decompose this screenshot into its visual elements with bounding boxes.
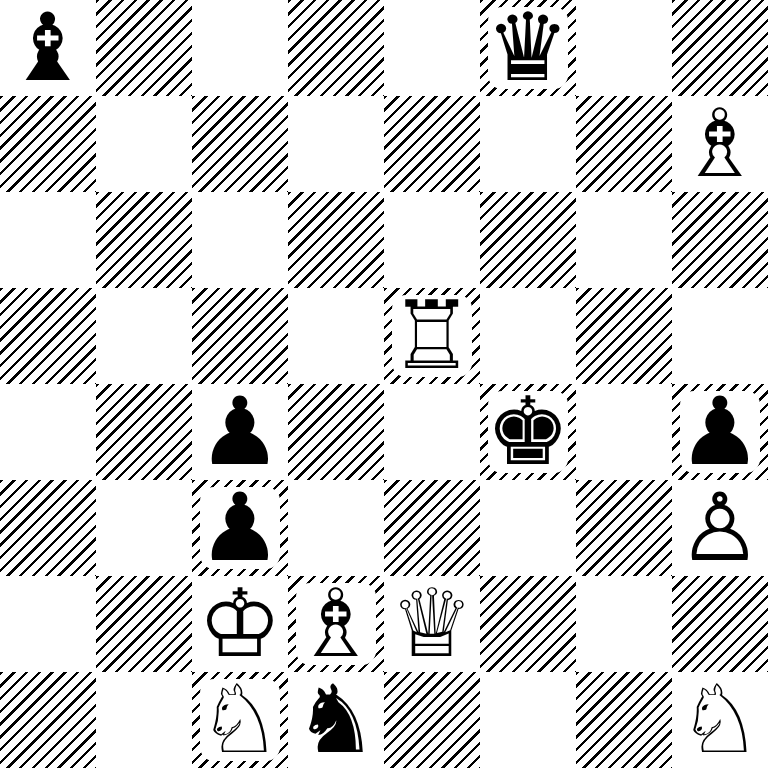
square-h6[interactable] bbox=[672, 192, 768, 288]
square-h5[interactable] bbox=[672, 288, 768, 384]
square-h2[interactable] bbox=[672, 576, 768, 672]
square-h4[interactable]: ♟ bbox=[672, 384, 768, 480]
square-b1[interactable] bbox=[96, 672, 192, 768]
square-h3[interactable]: ♙ bbox=[672, 480, 768, 576]
square-g3[interactable] bbox=[576, 480, 672, 576]
square-g6[interactable] bbox=[576, 192, 672, 288]
square-c2[interactable]: ♔ bbox=[192, 576, 288, 672]
square-a4[interactable] bbox=[0, 384, 96, 480]
square-b8[interactable] bbox=[96, 0, 192, 96]
square-g2[interactable] bbox=[576, 576, 672, 672]
square-d8[interactable] bbox=[288, 0, 384, 96]
square-c5[interactable] bbox=[192, 288, 288, 384]
square-a7[interactable] bbox=[0, 96, 96, 192]
square-g5[interactable] bbox=[576, 288, 672, 384]
square-d2[interactable]: ♗ bbox=[288, 576, 384, 672]
black-knight-icon[interactable]: ♞ bbox=[294, 672, 378, 768]
square-a6[interactable] bbox=[0, 192, 96, 288]
square-b5[interactable] bbox=[96, 288, 192, 384]
square-d3[interactable] bbox=[288, 480, 384, 576]
square-c7[interactable] bbox=[192, 96, 288, 192]
white-king-icon[interactable]: ♔ bbox=[198, 576, 282, 672]
black-bishop-icon[interactable]: ♝ bbox=[6, 0, 90, 96]
black-king-icon[interactable]: ♚ bbox=[486, 384, 570, 480]
square-c4[interactable]: ♟ bbox=[192, 384, 288, 480]
square-d1[interactable]: ♞ bbox=[288, 672, 384, 768]
square-d6[interactable] bbox=[288, 192, 384, 288]
square-f4[interactable]: ♚ bbox=[480, 384, 576, 480]
square-f6[interactable] bbox=[480, 192, 576, 288]
black-pawn-icon[interactable]: ♟ bbox=[198, 480, 282, 576]
square-e5[interactable]: ♖ bbox=[384, 288, 480, 384]
square-g4[interactable] bbox=[576, 384, 672, 480]
white-rook-icon[interactable]: ♖ bbox=[390, 288, 474, 384]
square-b3[interactable] bbox=[96, 480, 192, 576]
white-pawn-icon[interactable]: ♙ bbox=[678, 480, 762, 576]
square-d5[interactable] bbox=[288, 288, 384, 384]
square-c3[interactable]: ♟ bbox=[192, 480, 288, 576]
square-e1[interactable] bbox=[384, 672, 480, 768]
square-h7[interactable]: ♗ bbox=[672, 96, 768, 192]
square-f1[interactable] bbox=[480, 672, 576, 768]
square-d4[interactable] bbox=[288, 384, 384, 480]
white-bishop-icon[interactable]: ♗ bbox=[678, 96, 762, 192]
white-bishop-icon[interactable]: ♗ bbox=[294, 576, 378, 672]
square-a3[interactable] bbox=[0, 480, 96, 576]
chess-board: ♝♛♗♖♟♚♟♟♙♔♗♕♘♞♘ bbox=[0, 0, 768, 768]
black-pawn-icon[interactable]: ♟ bbox=[198, 384, 282, 480]
square-b2[interactable] bbox=[96, 576, 192, 672]
square-a5[interactable] bbox=[0, 288, 96, 384]
square-e2[interactable]: ♕ bbox=[384, 576, 480, 672]
square-c1[interactable]: ♘ bbox=[192, 672, 288, 768]
square-a2[interactable] bbox=[0, 576, 96, 672]
black-pawn-icon[interactable]: ♟ bbox=[678, 384, 762, 480]
square-h8[interactable] bbox=[672, 0, 768, 96]
square-c6[interactable] bbox=[192, 192, 288, 288]
square-e7[interactable] bbox=[384, 96, 480, 192]
square-f2[interactable] bbox=[480, 576, 576, 672]
square-b6[interactable] bbox=[96, 192, 192, 288]
square-f7[interactable] bbox=[480, 96, 576, 192]
black-queen-icon[interactable]: ♛ bbox=[486, 0, 570, 96]
square-d7[interactable] bbox=[288, 96, 384, 192]
square-g1[interactable] bbox=[576, 672, 672, 768]
square-f8[interactable]: ♛ bbox=[480, 0, 576, 96]
square-f3[interactable] bbox=[480, 480, 576, 576]
square-c8[interactable] bbox=[192, 0, 288, 96]
white-queen-icon[interactable]: ♕ bbox=[390, 576, 474, 672]
square-e4[interactable] bbox=[384, 384, 480, 480]
square-e8[interactable] bbox=[384, 0, 480, 96]
square-e3[interactable] bbox=[384, 480, 480, 576]
square-h1[interactable]: ♘ bbox=[672, 672, 768, 768]
square-a1[interactable] bbox=[0, 672, 96, 768]
square-f5[interactable] bbox=[480, 288, 576, 384]
white-knight-icon[interactable]: ♘ bbox=[678, 672, 762, 768]
square-b7[interactable] bbox=[96, 96, 192, 192]
square-a8[interactable]: ♝ bbox=[0, 0, 96, 96]
square-g8[interactable] bbox=[576, 0, 672, 96]
square-e6[interactable] bbox=[384, 192, 480, 288]
white-knight-icon[interactable]: ♘ bbox=[198, 672, 282, 768]
square-g7[interactable] bbox=[576, 96, 672, 192]
square-b4[interactable] bbox=[96, 384, 192, 480]
